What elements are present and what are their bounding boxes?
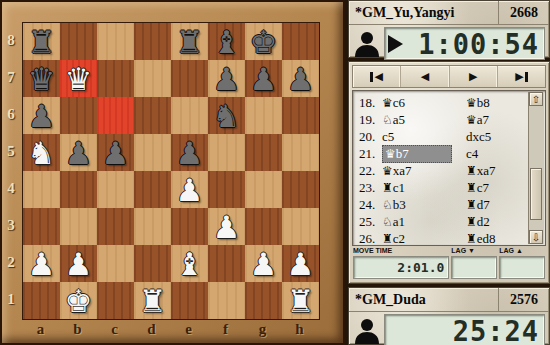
- square-e6[interactable]: [171, 97, 208, 134]
- black-pawn-b5: ♟: [60, 134, 97, 171]
- square-d3[interactable]: [134, 208, 171, 245]
- square-b6[interactable]: [60, 97, 97, 134]
- move-25w[interactable]: ♘a1: [382, 214, 466, 230]
- square-c2[interactable]: [97, 245, 134, 282]
- square-e3[interactable]: [171, 208, 208, 245]
- move-number: 24.: [355, 197, 382, 213]
- move-time-value: 2:01.0: [397, 260, 448, 275]
- move-18b[interactable]: ♛b8: [466, 95, 528, 111]
- square-b3[interactable]: [60, 208, 97, 245]
- move-number: 20.: [355, 129, 382, 145]
- black-queen-a7: ♛: [23, 60, 60, 97]
- player-bust-icon: [353, 30, 381, 58]
- white-pawn-g2: ♟: [245, 245, 282, 282]
- square-g2[interactable]: ♟: [245, 245, 282, 282]
- figurine-n-icon: ♘: [382, 198, 393, 212]
- rank-labels: 87654321: [0, 22, 22, 318]
- white-rook-d1: ♜: [134, 282, 171, 319]
- black-pawn-g7: ♟: [245, 60, 282, 97]
- next-move-button[interactable]: ▶: [450, 66, 498, 87]
- square-g3[interactable]: [245, 208, 282, 245]
- bottom-player-panel: *GM_Duda 2576 25:24: [348, 287, 550, 345]
- bottom-player-clock: 25:24: [384, 314, 545, 345]
- square-g1[interactable]: [245, 282, 282, 319]
- square-b7[interactable]: ♛: [60, 60, 97, 97]
- figurine-r-icon: ♜: [466, 164, 477, 178]
- square-a2[interactable]: ♟: [23, 245, 60, 282]
- square-f8[interactable]: ♝: [208, 23, 245, 60]
- figurine-r-icon: ♜: [466, 232, 477, 246]
- square-g6[interactable]: [245, 97, 282, 134]
- square-f7[interactable]: ♟: [208, 60, 245, 97]
- figurine-n-icon: ♘: [382, 113, 393, 127]
- chess-board[interactable]: ♜♜♝♚♛♛♟♟♟♟♞♞♟♟♟♟♟♟♟♝♟♟♚♜♜: [22, 22, 320, 320]
- rank-label-6: 6: [0, 96, 22, 133]
- square-c7[interactable]: [97, 60, 134, 97]
- square-e5[interactable]: ♟: [171, 134, 208, 171]
- rank-label-5: 5: [0, 133, 22, 170]
- figurine-r-icon: ♜: [466, 181, 477, 195]
- black-pawn-h7: ♟: [282, 60, 319, 97]
- square-h2[interactable]: ♟: [282, 245, 319, 282]
- square-d7[interactable]: [134, 60, 171, 97]
- figurine-r-icon: ♜: [466, 198, 477, 212]
- next-move-icon: ▶: [469, 70, 477, 83]
- white-pawn-h2: ♟: [282, 245, 319, 282]
- white-pawn-e4: ♟: [171, 171, 208, 208]
- square-f4[interactable]: [208, 171, 245, 208]
- move-row-25: 25.♘a1♜d2: [355, 213, 528, 230]
- square-g7[interactable]: ♟: [245, 60, 282, 97]
- square-d4[interactable]: [134, 171, 171, 208]
- file-label-b: b: [59, 318, 96, 342]
- square-a8[interactable]: ♜: [23, 23, 60, 60]
- move-21w[interactable]: ♛b7: [382, 145, 452, 163]
- bottom-player-rating: 2576: [498, 288, 549, 311]
- go-to-start-button[interactable]: ◀: [353, 66, 401, 87]
- square-f3[interactable]: ♟: [208, 208, 245, 245]
- white-pawn-f3: ♟: [208, 208, 245, 245]
- file-labels: abcdefgh: [22, 318, 318, 342]
- square-a1[interactable]: [23, 282, 60, 319]
- black-king-g8: ♚: [245, 23, 282, 60]
- square-d2[interactable]: [134, 245, 171, 282]
- move-19w[interactable]: ♘a5: [382, 112, 466, 128]
- square-b4[interactable]: [60, 171, 97, 208]
- move-row-18: 18.♛c6♛b8: [355, 94, 528, 111]
- square-e7[interactable]: [171, 60, 208, 97]
- move-row-23: 23.♜c1♜c7: [355, 179, 528, 196]
- white-knight-a5: ♞: [23, 134, 60, 171]
- square-f2[interactable]: [208, 245, 245, 282]
- lag-down-display: [451, 256, 497, 279]
- white-pawn-b2: ♟: [60, 245, 97, 282]
- square-d5[interactable]: [134, 134, 171, 171]
- move-26b[interactable]: ♜ed8: [466, 231, 528, 246]
- square-e8[interactable]: ♜: [171, 23, 208, 60]
- move-list: 17.18.♛c6♛b819.♘a5♛a720.c5dxc521.♛b7c422…: [355, 91, 528, 245]
- figurine-r-icon: ♜: [466, 215, 477, 229]
- move-20w[interactable]: c5: [382, 129, 466, 145]
- square-h7[interactable]: ♟: [282, 60, 319, 97]
- last-bar-icon: [525, 72, 528, 82]
- white-bishop-e2: ♝: [171, 245, 208, 282]
- chess-app-window: 87654321 abcdefgh ♜♜♝♚♛♛♟♟♟♟♞♞♟♟♟♟♟♟♟♝♟♟…: [0, 0, 550, 345]
- move-19b[interactable]: ♛a7: [466, 112, 528, 128]
- black-pawn-f7: ♟: [208, 60, 245, 97]
- figurine-q-icon: ♛: [466, 113, 477, 127]
- square-a5[interactable]: ♞: [23, 134, 60, 171]
- to-move-indicator-icon: [388, 35, 403, 53]
- move-row-19: 19.♘a5♛a7: [355, 111, 528, 128]
- square-d1[interactable]: ♜: [134, 282, 171, 319]
- square-e4[interactable]: ♟: [171, 171, 208, 208]
- figurine-q-icon: ♛: [466, 96, 477, 110]
- file-label-c: c: [96, 318, 133, 342]
- move-22b[interactable]: ♜xa7: [466, 163, 528, 179]
- top-player-panel: *GM_Yu,Yangyi 2668 1:00:54: [348, 0, 550, 58]
- black-bishop-f8: ♝: [208, 23, 245, 60]
- move-21b[interactable]: c4: [466, 146, 528, 162]
- right-panel: *GM_Yu,Yangyi 2668 1:00:54 ◀ ◀ ▶ ▶: [348, 0, 550, 345]
- square-a4[interactable]: [23, 171, 60, 208]
- rank-label-3: 3: [0, 207, 22, 244]
- move-row-20: 20.c5dxc5: [355, 128, 528, 145]
- square-a7[interactable]: ♛: [23, 60, 60, 97]
- move-time-label: MOVE TIME: [353, 247, 449, 256]
- square-e1[interactable]: [171, 282, 208, 319]
- square-b2[interactable]: ♟: [60, 245, 97, 282]
- figurine-n-icon: ♘: [382, 215, 393, 229]
- black-pawn-a6: ♟: [23, 97, 60, 134]
- bottom-player-name: *GM_Duda: [349, 292, 498, 308]
- file-label-g: g: [244, 318, 281, 342]
- white-rook-h1: ♜: [282, 282, 319, 319]
- square-h5[interactable]: [282, 134, 319, 171]
- first-bar-icon: [370, 72, 373, 82]
- figurine-q-icon: ♛: [382, 96, 393, 110]
- move-23b[interactable]: ♜c7: [466, 180, 528, 196]
- move-23w[interactable]: ♜c1: [382, 180, 466, 196]
- white-pawn-a2: ♟: [23, 245, 60, 282]
- square-h4[interactable]: [282, 171, 319, 208]
- square-e2[interactable]: ♝: [171, 245, 208, 282]
- white-king-b1: ♚: [60, 282, 97, 319]
- player-bust-icon: [353, 317, 381, 345]
- square-h1[interactable]: ♜: [282, 282, 319, 319]
- previous-move-button[interactable]: ◀: [401, 66, 449, 87]
- square-b1[interactable]: ♚: [60, 282, 97, 319]
- move-number: 26.: [355, 231, 382, 246]
- file-label-h: h: [281, 318, 318, 342]
- move-time-display: 2:01.0: [353, 256, 449, 279]
- move-18w[interactable]: ♛c6: [382, 95, 466, 111]
- move-number: 21.: [355, 146, 382, 162]
- first-move-icon: ◀: [374, 70, 382, 83]
- figurine-r-icon: ♜: [382, 181, 393, 195]
- white-queen-b7: ♛: [60, 60, 97, 97]
- move-list-container: 17.18.♛c6♛b819.♘a5♛a720.c5dxc521.♛b7c422…: [352, 90, 546, 246]
- move-list-scrollbar[interactable]: ⇧ ⇩: [528, 92, 544, 244]
- square-h6[interactable]: [282, 97, 319, 134]
- black-rook-a8: ♜: [23, 23, 60, 60]
- top-player-name: *GM_Yu,Yangyi: [349, 5, 498, 21]
- square-a3[interactable]: [23, 208, 60, 245]
- scroll-down-button[interactable]: ⇩: [529, 230, 543, 244]
- square-b8[interactable]: [60, 23, 97, 60]
- top-player-clock: 1:00:54: [384, 27, 545, 60]
- move-24b[interactable]: ♜d7: [466, 197, 528, 213]
- figurine-q-icon: ♛: [382, 164, 393, 178]
- rank-label-4: 4: [0, 170, 22, 207]
- move-22w[interactable]: ♛xa7: [382, 163, 466, 179]
- black-pawn-c5: ♟: [97, 134, 134, 171]
- rank-label-2: 2: [0, 244, 22, 281]
- rank-label-8: 8: [0, 22, 22, 59]
- black-rook-e8: ♜: [171, 23, 208, 60]
- square-g4[interactable]: [245, 171, 282, 208]
- go-to-end-button[interactable]: ▶: [498, 66, 545, 87]
- scrollbar-thumb[interactable]: [530, 168, 542, 220]
- square-d8[interactable]: [134, 23, 171, 60]
- rank-label-1: 1: [0, 281, 22, 318]
- file-label-f: f: [207, 318, 244, 342]
- square-g8[interactable]: ♚: [245, 23, 282, 60]
- move-25b[interactable]: ♜d2: [466, 214, 528, 230]
- move-24w[interactable]: ♘b3: [382, 197, 466, 213]
- file-label-a: a: [22, 318, 59, 342]
- square-h8[interactable]: [282, 23, 319, 60]
- square-c6[interactable]: [97, 97, 134, 134]
- square-h3[interactable]: [282, 208, 319, 245]
- square-c3[interactable]: [97, 208, 134, 245]
- top-player-rating: 2668: [498, 1, 549, 24]
- move-number: 18.: [355, 95, 382, 111]
- move-row-21: 21.♛b7c4: [355, 145, 528, 162]
- square-c8[interactable]: [97, 23, 134, 60]
- square-f6[interactable]: ♞: [208, 97, 245, 134]
- square-c5[interactable]: ♟: [97, 134, 134, 171]
- move-26w[interactable]: ♜c2: [382, 231, 466, 246]
- move-number: 19.: [355, 112, 382, 128]
- bottom-clock-time: 25:24: [453, 314, 544, 345]
- scroll-up-button[interactable]: ⇧: [529, 92, 543, 106]
- file-label-e: e: [170, 318, 207, 342]
- move-number: 23.: [355, 180, 382, 196]
- file-label-d: d: [133, 318, 170, 342]
- square-c4[interactable]: [97, 171, 134, 208]
- square-b5[interactable]: ♟: [60, 134, 97, 171]
- last-move-icon: ▶: [515, 70, 523, 83]
- lag-up-label: LAG ▲: [499, 247, 545, 256]
- square-d6[interactable]: [134, 97, 171, 134]
- move-number: 17.: [355, 91, 382, 94]
- square-g5[interactable]: [245, 134, 282, 171]
- move-number: 25.: [355, 214, 382, 230]
- rank-label-7: 7: [0, 59, 22, 96]
- prev-move-icon: ◀: [421, 70, 429, 83]
- game-panel: ◀ ◀ ▶ ▶ 17.18.♛c6♛b819.♘a5♛a720.c5dxc521…: [348, 61, 550, 284]
- move-navigation-bar: ◀ ◀ ▶ ▶: [352, 65, 546, 88]
- move-20b[interactable]: dxc5: [466, 129, 528, 145]
- black-knight-f6: ♞: [208, 97, 245, 134]
- square-f5[interactable]: [208, 134, 245, 171]
- figurine-q-icon: ♛: [385, 147, 396, 161]
- status-row: MOVE TIME 2:01.0 LAG ▼ LAG ▲: [351, 247, 547, 281]
- square-a6[interactable]: ♟: [23, 97, 60, 134]
- black-pawn-e5: ♟: [171, 134, 208, 171]
- lag-down-label: LAG ▼: [451, 247, 497, 256]
- lag-up-display: [499, 256, 545, 279]
- move-row-22: 22.♛xa7♜xa7: [355, 162, 528, 179]
- move-row-26: 26.♜c2♜ed8: [355, 230, 528, 245]
- square-f1[interactable]: [208, 282, 245, 319]
- top-clock-time: 1:00:54: [418, 27, 544, 60]
- move-row-24: 24.♘b3♜d7: [355, 196, 528, 213]
- square-c1[interactable]: [97, 282, 134, 319]
- chess-board-frame: 87654321 abcdefgh ♜♜♝♚♛♛♟♟♟♟♞♞♟♟♟♟♟♟♟♝♟♟…: [0, 0, 345, 345]
- figurine-r-icon: ♜: [382, 232, 393, 246]
- move-number: 22.: [355, 163, 382, 179]
